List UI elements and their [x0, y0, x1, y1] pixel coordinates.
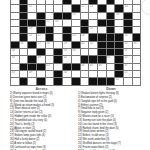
clue-item: 26) Frozen water block (3)	[78, 146, 144, 149]
grid-cell[interactable]	[72, 71, 80, 77]
clue-item: 17) Scrambled tale of a story (4)	[10, 119, 73, 122]
black-cell	[20, 78, 28, 84]
black-cell	[28, 56, 36, 62]
grid-cell[interactable]	[107, 71, 115, 77]
grid-cell[interactable]	[46, 49, 54, 55]
clue-item: 27) Broken lamp gives light (4)	[10, 134, 73, 137]
grid-cell[interactable]: 15	[72, 13, 80, 19]
watermark-circle	[141, 0, 150, 15]
grid-cell[interactable]	[133, 13, 141, 19]
grid-cell[interactable]: 42	[124, 56, 132, 62]
black-cell	[107, 27, 115, 33]
grid-cell[interactable]	[107, 64, 115, 70]
grid-cell[interactable]	[28, 78, 36, 84]
grid-cell[interactable]: 46	[98, 64, 106, 70]
black-cell	[115, 64, 123, 70]
grid-cell[interactable]: 20	[89, 27, 97, 33]
grid-cell[interactable]: 37	[124, 49, 132, 55]
grid-cell[interactable]: 19	[28, 27, 36, 33]
grid-cell[interactable]	[133, 56, 141, 62]
grid-cell[interactable]: 8	[115, 0, 123, 4]
grid-cell[interactable]	[133, 64, 141, 70]
grid-cell[interactable]: 3	[37, 0, 45, 4]
grid-cell[interactable]: 7	[81, 0, 89, 4]
black-cell	[20, 34, 28, 40]
grid-cell[interactable]	[72, 56, 80, 62]
clue-item: 1) Shaken lantern lights the way (6)	[78, 92, 144, 95]
grid-cell[interactable]: 29	[63, 42, 71, 48]
black-cell	[107, 42, 115, 48]
black-cell	[20, 13, 28, 19]
grid-cell[interactable]	[54, 42, 62, 48]
grid-cell[interactable]	[46, 5, 54, 11]
black-cell	[54, 13, 62, 19]
grid-cell[interactable]	[20, 71, 28, 77]
clue-item: 34) Confused cat naps here (3)	[10, 146, 73, 149]
clue-item: 20) That is, briefly (2)	[10, 123, 73, 126]
black-cell	[98, 42, 106, 48]
clue-item: 15) Hidden gem inside the cellar (4)	[10, 115, 73, 118]
grid-cell[interactable]	[115, 27, 123, 33]
grid-cell[interactable]: 23	[72, 34, 80, 40]
grid-cell[interactable]	[63, 5, 71, 11]
black-cell	[28, 42, 36, 48]
crossword-grid[interactable]: 1234567891011121314151617181920212223242…	[10, 0, 141, 86]
clue-item: 8) Quiet tree beside the road (3)	[10, 100, 73, 103]
black-cell	[63, 64, 71, 70]
grid-cell[interactable]: 17	[46, 20, 54, 26]
grid-cell[interactable]: 24	[81, 34, 89, 40]
black-cell	[20, 0, 28, 4]
grid-cell[interactable]: 35	[63, 49, 71, 55]
black-cell	[37, 20, 45, 26]
grid-cell[interactable]: 28	[46, 42, 54, 48]
grid-cell[interactable]: 44	[81, 64, 89, 70]
grid-cell[interactable]: 6	[72, 0, 80, 4]
black-cell	[107, 0, 115, 4]
black-cell	[63, 0, 71, 4]
black-cell	[72, 78, 80, 84]
black-cell	[89, 56, 97, 62]
black-cell	[98, 20, 106, 26]
clue-item: 16) Lost tea found in the chest (3)	[78, 123, 144, 126]
down-clues: 1) Shaken lantern lights the way (6)3) E…	[78, 92, 144, 150]
black-cell	[72, 5, 80, 11]
clue-item: 4) Tangled rope left in the yard (4)	[78, 100, 144, 103]
grid-cell[interactable]: 25	[124, 34, 132, 40]
grid-cell[interactable]: 43	[46, 64, 54, 70]
grid-cell[interactable]	[11, 5, 19, 11]
grid-cell[interactable]	[20, 56, 28, 62]
grid-cell[interactable]: 13	[89, 5, 97, 11]
black-cell	[81, 20, 89, 26]
grid-cell[interactable]	[107, 5, 115, 11]
clue-item: 30) Half a lively dance (2)	[10, 138, 73, 141]
black-cell	[133, 34, 141, 40]
grid-cell[interactable]	[124, 78, 132, 84]
grid-cell[interactable]: 9	[124, 0, 132, 4]
grid-cell[interactable]	[54, 34, 62, 40]
black-cell	[107, 49, 115, 55]
clue-item: 24) Wet earth underfoot (3)	[78, 138, 144, 141]
black-cell	[37, 78, 45, 84]
black-cell	[63, 34, 71, 40]
black-cell	[81, 56, 89, 62]
grid-cell[interactable]	[133, 71, 141, 77]
grid-cell[interactable]: 14	[124, 5, 132, 11]
grid-cell[interactable]: 26	[20, 42, 28, 48]
grid-cell[interactable]	[81, 78, 89, 84]
grid-cell[interactable]: 38	[11, 56, 19, 62]
grid-cell[interactable]	[98, 71, 106, 77]
black-cell	[107, 34, 115, 40]
grid-cell[interactable]: 2	[28, 0, 36, 4]
grid-cell[interactable]: 4	[46, 0, 54, 4]
grid-cell[interactable]	[37, 71, 45, 77]
grid-cell[interactable]	[72, 27, 80, 33]
grid-cell[interactable]: 1	[11, 0, 19, 4]
grid-cell[interactable]	[54, 5, 62, 11]
clue-item: 6) Direction given twice over (2)	[10, 96, 73, 99]
clue-item: 32) A note to follow (2)	[10, 142, 73, 145]
grid-cell[interactable]: 5	[54, 0, 62, 4]
across-clues: 2) Watery expanse found in maps (4)6) Di…	[10, 92, 73, 150]
black-cell	[124, 27, 132, 33]
grid-cell[interactable]: 22	[37, 34, 45, 40]
black-cell	[46, 27, 54, 33]
grid-cell[interactable]	[11, 13, 19, 19]
black-cell	[98, 49, 106, 55]
grid-cell[interactable]	[20, 49, 28, 55]
grid-cell[interactable]	[81, 13, 89, 19]
black-cell	[72, 64, 80, 70]
grid-cell[interactable]	[72, 20, 80, 26]
black-cell	[89, 34, 97, 40]
black-cell	[115, 71, 123, 77]
grid-cell[interactable]: 30	[81, 42, 89, 48]
black-cell	[124, 20, 132, 26]
grid-cell[interactable]	[98, 27, 106, 33]
black-cell	[54, 71, 62, 77]
grid-cell[interactable]: 34	[11, 49, 19, 55]
black-cell	[54, 56, 62, 62]
grid-cell[interactable]	[63, 78, 71, 84]
clue-item: 2) Watery expanse found in maps (4)	[10, 92, 73, 95]
clue-item: 10) Mixed cream for a racer (5)	[78, 115, 144, 118]
black-cell	[37, 64, 45, 70]
black-cell	[115, 49, 123, 55]
grid-cell[interactable]	[133, 78, 141, 84]
grid-cell[interactable]	[46, 13, 54, 19]
grid-cell[interactable]: 45	[89, 64, 97, 70]
grid-cell[interactable]: 16	[115, 13, 123, 19]
grid-cell[interactable]: 10	[133, 0, 141, 4]
black-cell	[63, 13, 71, 19]
grid-cell[interactable]: 52	[115, 78, 123, 84]
black-cell	[115, 42, 123, 48]
grid-cell[interactable]	[89, 71, 97, 77]
clue-item: 14) Doctor returns at last (2)	[10, 111, 73, 114]
grid-cell[interactable]: 31	[89, 42, 97, 48]
black-cell	[107, 78, 115, 84]
grid-cell[interactable]	[46, 56, 54, 62]
black-cell	[37, 13, 45, 19]
black-cell	[11, 42, 19, 48]
across-header: Across	[10, 87, 73, 91]
grid-cell[interactable]	[11, 78, 19, 84]
grid-cell[interactable]	[81, 49, 89, 55]
grid-cell[interactable]	[46, 71, 54, 77]
grid-cell[interactable]	[133, 5, 141, 11]
grid-cell[interactable]	[11, 64, 19, 70]
grid-cell[interactable]	[133, 27, 141, 33]
grid-cell[interactable]: 21	[28, 34, 36, 40]
grid-cell[interactable]: 39	[37, 56, 45, 62]
black-cell	[115, 56, 123, 62]
grid-cell[interactable]	[11, 34, 19, 40]
grid-cell[interactable]: 32	[124, 42, 132, 48]
grid-cell[interactable]	[98, 13, 106, 19]
clue-item: 25) Shuffled dancers on the stage (7)	[78, 142, 144, 145]
grid-cell[interactable]: 36	[72, 49, 80, 55]
black-cell	[20, 27, 28, 33]
grid-cell[interactable]: 12	[81, 5, 89, 11]
grid-cell[interactable]: 50	[63, 71, 71, 77]
black-cell	[107, 20, 115, 26]
clue-item: 3) Exclamation of surprise (2)	[78, 96, 144, 99]
grid-cell[interactable]	[89, 20, 97, 26]
black-cell	[37, 49, 45, 55]
grid-cell[interactable]: 48	[11, 71, 19, 77]
black-cell	[89, 78, 97, 84]
clue-item: 9) Negative reply given (2)	[78, 111, 144, 114]
grid-cell[interactable]	[89, 13, 97, 19]
grid-cell[interactable]: 40	[63, 56, 71, 62]
black-cell	[28, 20, 36, 26]
down-header: Down	[78, 87, 144, 91]
black-cell	[115, 34, 123, 40]
grid-cell[interactable]	[37, 5, 45, 11]
black-cell	[81, 27, 89, 33]
black-cell	[115, 5, 123, 11]
grid-cell[interactable]	[115, 20, 123, 26]
grid-cell[interactable]: 33	[133, 42, 141, 48]
grid-cell[interactable]	[133, 20, 141, 26]
black-cell	[20, 64, 28, 70]
black-cell	[46, 34, 54, 40]
grid-cell[interactable]	[89, 49, 97, 55]
grid-cell[interactable]	[54, 64, 62, 70]
clue-item: 13) Stormy rain over the plain (4)	[78, 119, 144, 122]
grid-cell[interactable]	[63, 20, 71, 26]
grid-cell[interactable]: 27	[37, 42, 45, 48]
grid-cell[interactable]	[133, 49, 141, 55]
black-cell	[54, 78, 62, 84]
black-cell	[98, 78, 106, 84]
black-cell	[98, 56, 106, 62]
grid-cell[interactable]	[46, 78, 54, 84]
black-cell	[28, 64, 36, 70]
grid-cell[interactable]: 11	[28, 5, 36, 11]
grid-cell[interactable]: 49	[28, 71, 36, 77]
black-cell	[98, 5, 106, 11]
grid-cell[interactable]: 18	[54, 20, 62, 26]
grid-cell[interactable]	[54, 27, 62, 33]
grid-cell[interactable]: 51	[124, 71, 132, 77]
black-cell	[89, 0, 97, 4]
black-cell	[72, 42, 80, 48]
black-cell	[107, 13, 115, 19]
grid-cell[interactable]	[28, 13, 36, 19]
black-cell	[54, 49, 62, 55]
grid-cell[interactable]: 41	[107, 56, 115, 62]
black-cell	[98, 34, 106, 40]
grid-cell[interactable]	[11, 27, 19, 33]
black-cell	[63, 27, 71, 33]
grid-cell[interactable]: 47	[124, 64, 132, 70]
grid-cell[interactable]	[28, 49, 36, 55]
black-cell	[20, 5, 28, 11]
black-cell	[124, 13, 132, 19]
grid-cell[interactable]	[11, 20, 19, 26]
grid-cell[interactable]	[81, 71, 89, 77]
grid-cell[interactable]	[98, 0, 106, 4]
black-cell	[20, 20, 28, 26]
black-cell	[37, 27, 45, 33]
clue-item: 22) Before, in old verse (2)	[78, 134, 144, 137]
